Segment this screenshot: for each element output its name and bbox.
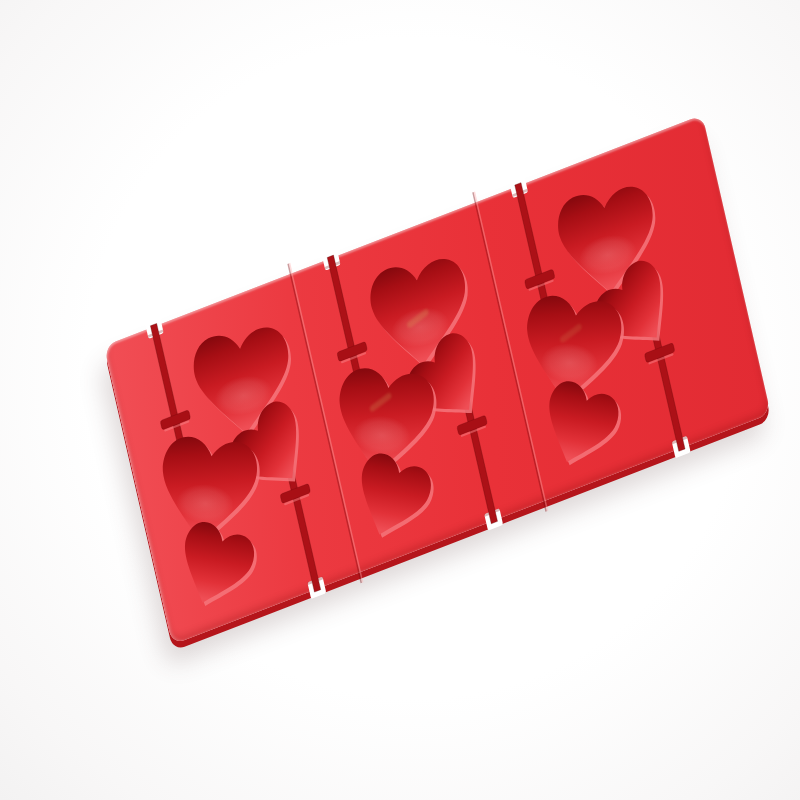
stick-crossbar-highlight	[648, 353, 673, 365]
big-heart-cavity-rim	[333, 369, 440, 482]
small-heart-cavity	[346, 448, 436, 547]
small-heart-cavity-rim	[349, 452, 439, 551]
stick-crossbar	[644, 343, 675, 363]
stick-channel	[515, 183, 549, 305]
small-heart-cavity	[588, 252, 684, 365]
small-heart-cavity	[224, 393, 320, 506]
tile-seam-line	[472, 191, 548, 511]
stick-exit-notch-lip	[307, 577, 323, 585]
lollipop-cavity-unit-tile2-lower	[284, 222, 474, 574]
stick-crossbar-highlight	[284, 494, 309, 506]
big-heart-cavity	[518, 293, 625, 406]
small-heart-cavity	[400, 325, 496, 438]
big-heart-cavity	[192, 324, 294, 442]
cavity-sheen-highlight	[538, 340, 600, 385]
small-heart-cavity-rim	[403, 328, 499, 441]
stick-crossbar	[337, 341, 368, 361]
big-heart-cavity-rim	[559, 186, 661, 304]
stick-crossbar	[160, 410, 191, 430]
lollipop-cavity-unit-tile3-lower	[472, 150, 662, 502]
small-heart-cavity	[169, 517, 259, 616]
big-heart-cavity-rim	[194, 327, 296, 445]
small-heart-cavity-rim	[226, 396, 322, 509]
stick-crossbar-highlight	[341, 352, 366, 364]
lollipop-cavity-unit-tile2-upper	[354, 235, 529, 558]
engraving-mark	[406, 308, 430, 329]
stick-channel	[150, 323, 184, 445]
stick-crossbar-highlight	[164, 420, 189, 432]
lollipop-mold	[104, 115, 771, 645]
cavity-sheen-highlight	[213, 372, 273, 420]
stick-exit-notch	[509, 176, 528, 198]
engraving-mark	[559, 323, 583, 344]
stick-crossbar	[280, 483, 311, 503]
lollipop-cavity-unit-tile1-lower	[107, 291, 297, 643]
stick-channel	[462, 392, 498, 524]
lollipop-cavity-unit-tile1-upper	[177, 303, 352, 626]
big-heart-cavity	[556, 183, 658, 301]
small-heart-cavity-rim	[591, 256, 687, 369]
photo-background	[0, 0, 800, 800]
cavity-sheen-highlight	[578, 231, 638, 279]
big-heart-cavity	[369, 255, 471, 373]
stick-channel	[285, 460, 321, 592]
big-heart-cavity	[153, 434, 260, 547]
stick-exit-notch-lip	[512, 189, 528, 197]
stick-exit-notch	[307, 577, 326, 599]
stick-crossbar-highlight	[528, 279, 553, 291]
stick-exit-notch-lip	[672, 436, 688, 444]
small-heart-cavity-rim	[537, 379, 627, 478]
cavity-sheen-highlight	[351, 413, 413, 458]
engraving-mark	[369, 392, 393, 413]
stick-exit-notch-lip	[325, 261, 341, 269]
big-heart-cavity-rim	[520, 297, 627, 410]
mold-cavities-layer	[93, 101, 782, 658]
cavity-sheen-highlight	[174, 481, 236, 526]
stick-crossbar-highlight	[461, 425, 486, 437]
stick-channel	[327, 255, 361, 377]
stick-exit-notch	[484, 508, 503, 530]
small-heart-cavity-rim	[172, 520, 262, 619]
stick-channel	[649, 319, 685, 451]
lollipop-cavity-unit-tile3-upper	[541, 162, 716, 485]
tile-seam-line	[287, 263, 363, 583]
stick-exit-notch	[672, 436, 691, 458]
stick-exit-notch	[145, 317, 164, 339]
stick-exit-notch-lip	[148, 329, 164, 337]
stick-exit-notch	[322, 248, 341, 270]
cavity-sheen-highlight	[390, 303, 450, 351]
stick-crossbar	[524, 269, 555, 289]
stick-crossbar	[457, 415, 488, 435]
big-heart-cavity	[330, 366, 437, 479]
big-heart-cavity-rim	[371, 259, 473, 377]
small-heart-cavity	[534, 376, 624, 475]
big-heart-cavity-rim	[156, 437, 263, 550]
stick-exit-notch-lip	[484, 508, 500, 516]
